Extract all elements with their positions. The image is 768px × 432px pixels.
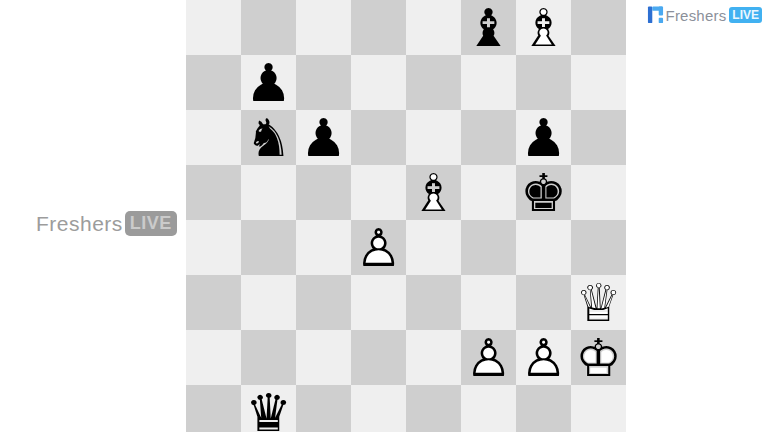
square-b8[interactable]	[241, 0, 296, 55]
white-queen[interactable]: ♛♕	[571, 275, 626, 330]
square-g2[interactable]: ♟♙	[516, 330, 571, 385]
square-d5[interactable]	[351, 165, 406, 220]
white-bishop[interactable]: ♝♗	[406, 165, 461, 220]
square-f1[interactable]	[461, 385, 516, 432]
square-g7[interactable]	[516, 55, 571, 110]
square-a7[interactable]	[186, 55, 241, 110]
black-pawn[interactable]: ♟	[241, 55, 296, 110]
square-g5[interactable]: ♚	[516, 165, 571, 220]
square-f8[interactable]: ♝	[461, 0, 516, 55]
white-bishop[interactable]: ♝♗	[516, 0, 571, 55]
square-a2[interactable]	[186, 330, 241, 385]
square-d3[interactable]	[351, 275, 406, 330]
black-king[interactable]: ♚	[516, 165, 571, 220]
square-d6[interactable]	[351, 110, 406, 165]
square-e4[interactable]	[406, 220, 461, 275]
square-c1[interactable]	[296, 385, 351, 432]
logo-live-badge: LIVE	[729, 7, 762, 23]
square-b2[interactable]	[241, 330, 296, 385]
square-h6[interactable]	[571, 110, 626, 165]
square-g4[interactable]	[516, 220, 571, 275]
square-f6[interactable]	[461, 110, 516, 165]
square-h8[interactable]	[571, 0, 626, 55]
square-c7[interactable]	[296, 55, 351, 110]
square-c8[interactable]	[296, 0, 351, 55]
square-b7[interactable]: ♟	[241, 55, 296, 110]
square-e5[interactable]: ♝♗	[406, 165, 461, 220]
square-b3[interactable]	[241, 275, 296, 330]
square-d8[interactable]	[351, 0, 406, 55]
piece-glyph: ♔	[571, 330, 626, 385]
white-pawn[interactable]: ♟♙	[516, 330, 571, 385]
black-knight[interactable]: ♞	[241, 110, 296, 165]
square-g1[interactable]	[516, 385, 571, 432]
watermark-brand-text: Freshers	[36, 212, 123, 236]
logo-brand-text: Freshers	[666, 7, 727, 24]
chess-board: ♝♝♗♟♞♟♟♝♗♚♟♙♛♕♟♙♟♙♚♔♛	[186, 0, 626, 432]
page: ♝♝♗♟♞♟♟♝♗♚♟♙♛♕♟♙♟♙♚♔♛ Freshers LIVE Fres…	[0, 0, 768, 432]
square-h4[interactable]	[571, 220, 626, 275]
piece-glyph: ♗	[516, 0, 571, 55]
square-e2[interactable]	[406, 330, 461, 385]
square-d1[interactable]	[351, 385, 406, 432]
square-f3[interactable]	[461, 275, 516, 330]
square-c3[interactable]	[296, 275, 351, 330]
square-e1[interactable]	[406, 385, 461, 432]
square-g3[interactable]	[516, 275, 571, 330]
piece-glyph: ♙	[351, 220, 406, 275]
square-g8[interactable]: ♝♗	[516, 0, 571, 55]
freshers-live-logo-icon	[647, 5, 664, 25]
piece-glyph: ♞	[241, 110, 296, 165]
piece-glyph: ♟	[241, 55, 296, 110]
square-f7[interactable]	[461, 55, 516, 110]
piece-glyph: ♕	[571, 275, 626, 330]
square-d7[interactable]	[351, 55, 406, 110]
square-h5[interactable]	[571, 165, 626, 220]
white-king[interactable]: ♚♔	[571, 330, 626, 385]
white-pawn[interactable]: ♟♙	[351, 220, 406, 275]
square-a8[interactable]	[186, 0, 241, 55]
square-d4[interactable]: ♟♙	[351, 220, 406, 275]
square-d2[interactable]	[351, 330, 406, 385]
square-a6[interactable]	[186, 110, 241, 165]
square-c6[interactable]: ♟	[296, 110, 351, 165]
watermark-live-badge: LIVE	[125, 211, 177, 236]
square-h2[interactable]: ♚♔	[571, 330, 626, 385]
piece-glyph: ♙	[516, 330, 571, 385]
square-h1[interactable]	[571, 385, 626, 432]
watermark-freshers-live: Freshers LIVE	[36, 211, 177, 236]
black-pawn[interactable]: ♟	[516, 110, 571, 165]
square-b5[interactable]	[241, 165, 296, 220]
square-a4[interactable]	[186, 220, 241, 275]
piece-glyph: ♙	[461, 330, 516, 385]
piece-glyph: ♗	[406, 165, 461, 220]
piece-glyph: ♟	[296, 110, 351, 165]
square-h3[interactable]: ♛♕	[571, 275, 626, 330]
square-e6[interactable]	[406, 110, 461, 165]
square-f4[interactable]	[461, 220, 516, 275]
freshers-live-logo: Freshers LIVE	[647, 5, 762, 25]
square-a5[interactable]	[186, 165, 241, 220]
black-pawn[interactable]: ♟	[296, 110, 351, 165]
square-e3[interactable]	[406, 275, 461, 330]
square-b4[interactable]	[241, 220, 296, 275]
square-h7[interactable]	[571, 55, 626, 110]
piece-glyph: ♝	[461, 0, 516, 55]
white-pawn[interactable]: ♟♙	[461, 330, 516, 385]
square-e7[interactable]	[406, 55, 461, 110]
square-f2[interactable]: ♟♙	[461, 330, 516, 385]
piece-glyph: ♛	[241, 385, 296, 432]
black-queen[interactable]: ♛	[241, 385, 296, 432]
square-a1[interactable]	[186, 385, 241, 432]
piece-glyph: ♟	[516, 110, 571, 165]
square-a3[interactable]	[186, 275, 241, 330]
black-bishop[interactable]: ♝	[461, 0, 516, 55]
square-b1[interactable]: ♛	[241, 385, 296, 432]
square-c5[interactable]	[296, 165, 351, 220]
square-c2[interactable]	[296, 330, 351, 385]
piece-glyph: ♚	[516, 165, 571, 220]
square-e8[interactable]	[406, 0, 461, 55]
square-f5[interactable]	[461, 165, 516, 220]
square-b6[interactable]: ♞	[241, 110, 296, 165]
square-g6[interactable]: ♟	[516, 110, 571, 165]
square-c4[interactable]	[296, 220, 351, 275]
